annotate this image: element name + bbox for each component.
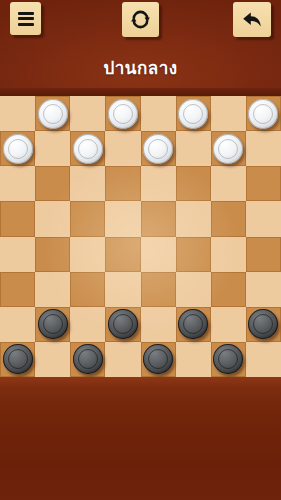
square-d1[interactable]: [105, 342, 140, 377]
square-a7[interactable]: [0, 131, 35, 166]
square-a1[interactable]: [0, 342, 35, 377]
square-b8[interactable]: [35, 96, 70, 131]
square-f8[interactable]: [176, 96, 211, 131]
square-b4[interactable]: [35, 237, 70, 272]
restart-button[interactable]: [122, 2, 159, 37]
square-c2[interactable]: [70, 307, 105, 342]
square-h4[interactable]: [246, 237, 281, 272]
square-e4[interactable]: [141, 237, 176, 272]
square-c6[interactable]: [70, 166, 105, 201]
white-piece[interactable]: [248, 99, 278, 129]
square-c8[interactable]: [70, 96, 105, 131]
square-e3[interactable]: [141, 272, 176, 307]
square-c4[interactable]: [70, 237, 105, 272]
square-h7[interactable]: [246, 131, 281, 166]
square-e2[interactable]: [141, 307, 176, 342]
white-piece[interactable]: [213, 134, 243, 164]
difficulty-title: ปานกลาง: [0, 54, 281, 81]
white-piece[interactable]: [108, 99, 138, 129]
refresh-icon: [129, 8, 152, 31]
square-d3[interactable]: [105, 272, 140, 307]
square-h2[interactable]: [246, 307, 281, 342]
square-b3[interactable]: [35, 272, 70, 307]
white-piece[interactable]: [178, 99, 208, 129]
black-piece[interactable]: [248, 309, 278, 339]
square-a2[interactable]: [0, 307, 35, 342]
square-g5[interactable]: [211, 201, 246, 236]
square-h3[interactable]: [246, 272, 281, 307]
undo-button[interactable]: [233, 2, 271, 37]
black-piece[interactable]: [213, 344, 243, 374]
square-g3[interactable]: [211, 272, 246, 307]
white-piece[interactable]: [143, 134, 173, 164]
square-h5[interactable]: [246, 201, 281, 236]
square-c5[interactable]: [70, 201, 105, 236]
square-f1[interactable]: [176, 342, 211, 377]
undo-arrow-icon: [240, 8, 264, 32]
square-b6[interactable]: [35, 166, 70, 201]
square-b2[interactable]: [35, 307, 70, 342]
square-e7[interactable]: [141, 131, 176, 166]
square-g6[interactable]: [211, 166, 246, 201]
square-g2[interactable]: [211, 307, 246, 342]
square-a4[interactable]: [0, 237, 35, 272]
square-d7[interactable]: [105, 131, 140, 166]
header: ปานกลาง: [0, 0, 281, 96]
square-a8[interactable]: [0, 96, 35, 131]
square-f6[interactable]: [176, 166, 211, 201]
black-piece[interactable]: [73, 344, 103, 374]
square-f4[interactable]: [176, 237, 211, 272]
square-g7[interactable]: [211, 131, 246, 166]
square-h6[interactable]: [246, 166, 281, 201]
square-d5[interactable]: [105, 201, 140, 236]
square-g1[interactable]: [211, 342, 246, 377]
square-g8[interactable]: [211, 96, 246, 131]
square-a3[interactable]: [0, 272, 35, 307]
checkers-board: [0, 96, 281, 377]
square-h1[interactable]: [246, 342, 281, 377]
black-piece[interactable]: [38, 309, 68, 339]
black-piece[interactable]: [108, 309, 138, 339]
square-d4[interactable]: [105, 237, 140, 272]
square-f2[interactable]: [176, 307, 211, 342]
square-e1[interactable]: [141, 342, 176, 377]
app-screen: ปานกลาง สีดำ 04:55 สีขาว 05:00: [0, 0, 281, 500]
square-a5[interactable]: [0, 201, 35, 236]
hamburger-menu-icon: [18, 12, 34, 26]
square-b1[interactable]: [35, 342, 70, 377]
black-piece[interactable]: [3, 344, 33, 374]
square-b7[interactable]: [35, 131, 70, 166]
clock-panel: สีดำ 04:55 สีขาว 05:00: [0, 377, 281, 500]
square-e8[interactable]: [141, 96, 176, 131]
white-piece[interactable]: [3, 134, 33, 164]
white-piece[interactable]: [38, 99, 68, 129]
square-c7[interactable]: [70, 131, 105, 166]
square-c1[interactable]: [70, 342, 105, 377]
square-c3[interactable]: [70, 272, 105, 307]
square-d8[interactable]: [105, 96, 140, 131]
white-piece[interactable]: [73, 134, 103, 164]
square-e5[interactable]: [141, 201, 176, 236]
black-piece[interactable]: [143, 344, 173, 374]
square-d2[interactable]: [105, 307, 140, 342]
square-d6[interactable]: [105, 166, 140, 201]
square-f5[interactable]: [176, 201, 211, 236]
board-top-shadow: [0, 88, 281, 96]
square-f3[interactable]: [176, 272, 211, 307]
square-b5[interactable]: [35, 201, 70, 236]
square-a6[interactable]: [0, 166, 35, 201]
menu-button[interactable]: [10, 2, 41, 35]
square-e6[interactable]: [141, 166, 176, 201]
square-h8[interactable]: [246, 96, 281, 131]
square-g4[interactable]: [211, 237, 246, 272]
black-piece[interactable]: [178, 309, 208, 339]
square-f7[interactable]: [176, 131, 211, 166]
